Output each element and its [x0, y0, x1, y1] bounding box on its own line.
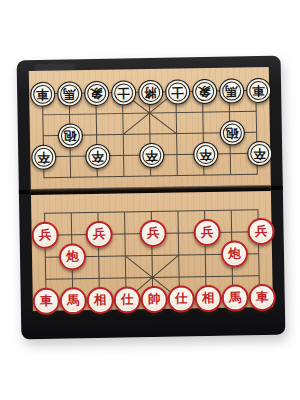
piece-red-cannon[interactable]: 炮 — [59, 243, 86, 270]
piece-black-horse[interactable]: 馬 — [57, 81, 82, 106]
piece-character: 砲 — [64, 129, 77, 142]
piece-character: 仕 — [121, 294, 134, 307]
piece-black-horse[interactable]: 馬 — [219, 78, 244, 103]
piece-red-horse[interactable]: 馬 — [222, 284, 249, 311]
piece-black-advisor[interactable]: 士 — [111, 80, 136, 105]
pieces-grid: 車馬象士將士象馬車砲砲卒卒卒卒卒兵兵兵兵兵炮炮車馬相仕帥仕相馬車 — [29, 79, 273, 312]
piece-black-soldier[interactable]: 卒 — [31, 144, 56, 169]
piece-character: 士 — [171, 85, 184, 98]
piece-character: 馬 — [67, 295, 80, 308]
piece-character: 相 — [94, 294, 107, 307]
piece-red-soldier[interactable]: 兵 — [85, 221, 112, 248]
piece-character: 將 — [144, 86, 157, 99]
piece-character: 車 — [252, 84, 265, 97]
piece-black-general[interactable]: 將 — [138, 79, 163, 104]
piece-character: 兵 — [255, 225, 268, 238]
piece-red-cannon[interactable]: 炮 — [221, 240, 248, 267]
piece-character: 兵 — [39, 229, 52, 242]
board-frame: 車馬象士將士象馬車砲砲卒卒卒卒卒兵兵兵兵兵炮炮車馬相仕帥仕相馬車 — [17, 56, 286, 340]
piece-character: 炮 — [66, 251, 79, 264]
piece-character: 車 — [40, 295, 53, 308]
piece-character: 馬 — [63, 87, 76, 100]
piece-character: 卒 — [253, 147, 266, 160]
piece-red-soldier[interactable]: 兵 — [193, 219, 220, 246]
embossed-logo — [35, 63, 75, 70]
piece-character: 象 — [90, 87, 103, 100]
piece-character: 卒 — [145, 149, 158, 162]
piece-red-soldier[interactable]: 兵 — [247, 218, 274, 245]
piece-red-soldier[interactable]: 兵 — [31, 222, 58, 249]
piece-black-cannon[interactable]: 砲 — [58, 123, 83, 148]
piece-character: 帥 — [148, 293, 161, 306]
piece-red-soldier[interactable]: 兵 — [139, 220, 166, 247]
piece-black-chariot[interactable]: 車 — [30, 81, 55, 106]
piece-black-elephant[interactable]: 象 — [192, 78, 217, 103]
product-photo: 車馬象士將士象馬車砲砲卒卒卒卒卒兵兵兵兵兵炮炮車馬相仕帥仕相馬車 — [0, 0, 300, 400]
piece-character: 兵 — [147, 227, 160, 240]
piece-character: 砲 — [226, 126, 239, 139]
piece-red-elephant[interactable]: 相 — [87, 287, 114, 314]
board-surface: 車馬象士將士象馬車砲砲卒卒卒卒卒兵兵兵兵兵炮炮車馬相仕帥仕相馬車 — [29, 67, 273, 311]
piece-character: 兵 — [201, 226, 214, 239]
piece-character: 相 — [202, 292, 215, 305]
piece-character: 馬 — [225, 84, 238, 97]
piece-black-advisor[interactable]: 士 — [165, 79, 190, 104]
xiangqi-set: 車馬象士將士象馬車砲砲卒卒卒卒卒兵兵兵兵兵炮炮車馬相仕帥仕相馬車 — [17, 56, 286, 340]
piece-character: 兵 — [93, 228, 106, 241]
piece-black-chariot[interactable]: 車 — [246, 77, 271, 102]
piece-black-cannon[interactable]: 砲 — [220, 120, 245, 145]
piece-red-advisor[interactable]: 仕 — [168, 285, 195, 312]
piece-black-soldier[interactable]: 卒 — [85, 143, 110, 168]
piece-character: 仕 — [175, 293, 188, 306]
piece-red-chariot[interactable]: 車 — [249, 284, 276, 311]
piece-character: 卒 — [91, 150, 104, 163]
piece-red-advisor[interactable]: 仕 — [114, 286, 141, 313]
piece-character: 車 — [36, 88, 49, 101]
piece-character: 炮 — [228, 248, 241, 261]
piece-black-soldier[interactable]: 卒 — [193, 141, 218, 166]
piece-black-soldier[interactable]: 卒 — [139, 142, 164, 167]
piece-red-horse[interactable]: 馬 — [60, 287, 87, 314]
piece-red-chariot[interactable]: 車 — [33, 288, 60, 315]
piece-character: 象 — [198, 85, 211, 98]
piece-red-general[interactable]: 帥 — [141, 286, 168, 313]
piece-character: 車 — [256, 291, 269, 304]
piece-character: 馬 — [229, 292, 242, 305]
piece-red-elephant[interactable]: 相 — [195, 285, 222, 312]
piece-character: 卒 — [199, 148, 212, 161]
piece-black-soldier[interactable]: 卒 — [247, 140, 272, 165]
piece-black-elephant[interactable]: 象 — [84, 80, 109, 105]
piece-character: 士 — [117, 86, 130, 99]
piece-character: 卒 — [37, 151, 50, 164]
